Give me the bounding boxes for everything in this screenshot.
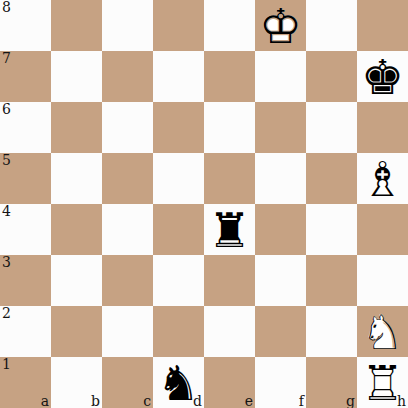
square-e7[interactable] [204, 51, 255, 102]
file-label-g: g [346, 394, 355, 408]
file-label-b: b [91, 394, 100, 408]
square-e4[interactable]: ♜ [204, 204, 255, 255]
square-d7[interactable] [153, 51, 204, 102]
file-label-c: c [143, 394, 151, 408]
rank-label-4: 4 [2, 204, 11, 219]
square-e3[interactable] [204, 255, 255, 306]
piece-white-king[interactable]: ♚♔ [255, 0, 306, 51]
square-d6[interactable] [153, 102, 204, 153]
piece-black-king[interactable]: ♚ [357, 51, 408, 102]
square-g6[interactable] [306, 102, 357, 153]
rank-label-3: 3 [2, 255, 11, 270]
square-c7[interactable] [102, 51, 153, 102]
square-e1[interactable]: e [204, 357, 255, 408]
square-g3[interactable] [306, 255, 357, 306]
square-h7[interactable]: ♚ [357, 51, 408, 102]
square-h3[interactable] [357, 255, 408, 306]
square-d1[interactable]: d♞ [153, 357, 204, 408]
square-g8[interactable] [306, 0, 357, 51]
square-b7[interactable] [51, 51, 102, 102]
square-f1[interactable]: f [255, 357, 306, 408]
square-h8[interactable] [357, 0, 408, 51]
square-b1[interactable]: b [51, 357, 102, 408]
square-c4[interactable] [102, 204, 153, 255]
square-e2[interactable] [204, 306, 255, 357]
white-bishop-outline: ♗ [357, 153, 408, 204]
square-b4[interactable] [51, 204, 102, 255]
piece-black-knight[interactable]: ♞ [153, 357, 204, 408]
square-f8[interactable]: ♚♔ [255, 0, 306, 51]
square-b6[interactable] [51, 102, 102, 153]
square-a7[interactable]: 7 [0, 51, 51, 102]
rank-label-6: 6 [2, 102, 11, 117]
square-c5[interactable] [102, 153, 153, 204]
square-a1[interactable]: 1a [0, 357, 51, 408]
piece-white-knight[interactable]: ♞♘ [357, 306, 408, 357]
square-e6[interactable] [204, 102, 255, 153]
square-g4[interactable] [306, 204, 357, 255]
file-label-f: f [299, 394, 304, 408]
square-c1[interactable]: c [102, 357, 153, 408]
black-rook-glyph: ♜ [204, 204, 255, 255]
square-h2[interactable]: ♞♘ [357, 306, 408, 357]
square-c6[interactable] [102, 102, 153, 153]
rank-label-1: 1 [2, 357, 11, 372]
square-a4[interactable]: 4 [0, 204, 51, 255]
white-king-outline: ♔ [255, 0, 306, 51]
square-d2[interactable] [153, 306, 204, 357]
square-f4[interactable] [255, 204, 306, 255]
square-b2[interactable] [51, 306, 102, 357]
square-a2[interactable]: 2 [0, 306, 51, 357]
rank-label-8: 8 [2, 0, 11, 15]
square-g2[interactable] [306, 306, 357, 357]
square-h1[interactable]: h♜♖ [357, 357, 408, 408]
square-e5[interactable] [204, 153, 255, 204]
square-h5[interactable]: ♝♗ [357, 153, 408, 204]
square-h4[interactable] [357, 204, 408, 255]
square-a6[interactable]: 6 [0, 102, 51, 153]
square-b3[interactable] [51, 255, 102, 306]
square-c3[interactable] [102, 255, 153, 306]
square-f2[interactable] [255, 306, 306, 357]
black-knight-glyph: ♞ [153, 357, 204, 408]
square-f6[interactable] [255, 102, 306, 153]
square-f3[interactable] [255, 255, 306, 306]
white-knight-outline: ♘ [357, 306, 408, 357]
piece-black-rook[interactable]: ♜ [204, 204, 255, 255]
square-d5[interactable] [153, 153, 204, 204]
square-a3[interactable]: 3 [0, 255, 51, 306]
file-label-e: e [245, 394, 253, 408]
square-b8[interactable] [51, 0, 102, 51]
square-f5[interactable] [255, 153, 306, 204]
rank-label-7: 7 [2, 51, 11, 66]
square-c8[interactable] [102, 0, 153, 51]
rank-label-5: 5 [2, 153, 11, 168]
chess-board: 8♚♔7♚65♝♗4♜32♞♘1abcd♞efgh♜♖ [0, 0, 408, 408]
square-a5[interactable]: 5 [0, 153, 51, 204]
square-d4[interactable] [153, 204, 204, 255]
square-a8[interactable]: 8 [0, 0, 51, 51]
square-b5[interactable] [51, 153, 102, 204]
square-d8[interactable] [153, 0, 204, 51]
black-king-glyph: ♚ [357, 51, 408, 102]
square-f7[interactable] [255, 51, 306, 102]
square-h6[interactable] [357, 102, 408, 153]
rank-label-2: 2 [2, 306, 11, 321]
square-g5[interactable] [306, 153, 357, 204]
piece-white-bishop[interactable]: ♝♗ [357, 153, 408, 204]
square-e8[interactable] [204, 0, 255, 51]
file-label-a: a [41, 394, 49, 408]
piece-white-rook[interactable]: ♜♖ [357, 357, 408, 408]
white-rook-outline: ♖ [357, 357, 408, 408]
square-c2[interactable] [102, 306, 153, 357]
square-d3[interactable] [153, 255, 204, 306]
square-g7[interactable] [306, 51, 357, 102]
square-g1[interactable]: g [306, 357, 357, 408]
